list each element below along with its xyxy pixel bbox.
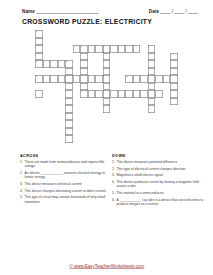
empty-space (118, 68, 126, 76)
empty-space (58, 98, 66, 106)
crossword-cell[interactable]: 2 (35, 60, 43, 68)
empty-space (125, 120, 133, 128)
empty-space (95, 83, 103, 91)
empty-space (118, 105, 126, 113)
clue-number: 4 (73, 45, 74, 47)
empty-space (125, 135, 133, 143)
empty-space (103, 113, 111, 121)
clue-item-text: This device measures potential differenc… (117, 160, 209, 164)
empty-space (88, 105, 96, 113)
empty-space (110, 60, 118, 68)
empty-space (133, 53, 141, 61)
empty-space (80, 105, 88, 113)
empty-space (50, 98, 58, 106)
empty-space (58, 30, 66, 38)
empty-space (58, 38, 66, 46)
clue-number: 5 (36, 75, 37, 77)
crossword-cell[interactable] (148, 90, 156, 98)
clue-item: 5.This type of circuit may contain thous… (20, 195, 112, 204)
worksheet-footer: © www.EasyTeacherWorksheets.com (0, 258, 213, 275)
crossword-cell[interactable] (103, 90, 111, 98)
empty-space (163, 30, 171, 38)
crossword-cell[interactable] (65, 113, 73, 121)
empty-space (88, 135, 96, 143)
empty-space (133, 128, 141, 136)
empty-space (155, 120, 163, 128)
empty-space (103, 30, 111, 38)
empty-space (88, 53, 96, 61)
crossword-cell[interactable] (35, 45, 43, 53)
crossword-cell[interactable] (95, 45, 103, 53)
empty-space (148, 120, 156, 128)
empty-space (73, 53, 81, 61)
empty-space (155, 135, 163, 143)
clue-item-text: An electric ____________ converts electr… (25, 171, 113, 180)
empty-space (133, 60, 141, 68)
empty-space (133, 135, 141, 143)
empty-space (125, 38, 133, 46)
clue-item: 4.This device changes alternating curren… (20, 188, 112, 192)
empty-space (140, 120, 148, 128)
crossword-cell[interactable] (148, 60, 156, 68)
empty-space (178, 120, 186, 128)
empty-space (50, 105, 58, 113)
empty-space (118, 120, 126, 128)
empty-space (95, 128, 103, 136)
crossword-cell[interactable] (95, 90, 103, 98)
crossword-cell[interactable] (170, 90, 178, 98)
empty-space (140, 128, 148, 136)
empty-space (170, 128, 178, 136)
crossword-cell[interactable] (43, 75, 51, 83)
crossword-cell[interactable] (43, 60, 51, 68)
empty-space (170, 38, 178, 46)
empty-space (133, 98, 141, 106)
empty-space (140, 105, 148, 113)
crossword-cell[interactable] (65, 120, 73, 128)
empty-space (178, 53, 186, 61)
empty-space (95, 38, 103, 46)
across-heading: ACROSS (20, 153, 112, 158)
empty-space (88, 30, 96, 38)
empty-space (43, 68, 51, 76)
empty-space (155, 60, 163, 68)
crossword-cell[interactable]: 5 (80, 45, 88, 53)
empty-space (73, 128, 81, 136)
empty-space (58, 128, 66, 136)
clue-item: 2.An electric ____________ converts elec… (20, 171, 112, 180)
crossword-cell[interactable] (65, 68, 73, 76)
empty-space (95, 30, 103, 38)
empty-space (133, 38, 141, 46)
empty-space (58, 120, 66, 128)
empty-space (110, 38, 118, 46)
clue-number: 3 (103, 45, 104, 47)
empty-space (88, 38, 96, 46)
date-field: Date ____ / ____ / ____ (149, 9, 198, 14)
empty-space (73, 68, 81, 76)
crossword-cell[interactable] (73, 75, 81, 83)
empty-space (50, 68, 58, 76)
crossword-cell[interactable] (58, 60, 66, 68)
empty-space (148, 113, 156, 121)
empty-space (140, 68, 148, 76)
empty-space (140, 38, 148, 46)
crossword-cell[interactable] (170, 75, 178, 83)
empty-space (35, 135, 43, 143)
crossword-cell[interactable] (148, 68, 156, 76)
crossword-cell[interactable] (170, 98, 178, 106)
crossword-cell[interactable]: 2 (65, 60, 73, 68)
empty-space (110, 128, 118, 136)
crossword-cell[interactable] (35, 38, 43, 46)
empty-space (163, 135, 171, 143)
empty-space (50, 113, 58, 121)
empty-space (178, 98, 186, 106)
empty-space (95, 135, 103, 143)
crossword-cell[interactable] (125, 90, 133, 98)
crossword-cell[interactable] (148, 105, 156, 113)
empty-space (110, 68, 118, 76)
empty-space (50, 83, 58, 91)
crossword-cell[interactable] (140, 75, 148, 83)
empty-space (73, 120, 81, 128)
empty-space (155, 113, 163, 121)
empty-space (110, 75, 118, 83)
crossword-cell[interactable] (95, 75, 103, 83)
crossword-cell[interactable] (80, 60, 88, 68)
crossword-cell[interactable] (88, 45, 96, 53)
empty-space (118, 60, 126, 68)
crossword-cell[interactable] (103, 60, 111, 68)
page-title: CROSSWORD PUZZLE: ELECTRICITY (22, 18, 152, 25)
empty-space (125, 98, 133, 106)
crossword-cell[interactable] (50, 60, 58, 68)
empty-space (95, 60, 103, 68)
empty-space (133, 83, 141, 91)
crossword-cell[interactable] (65, 135, 73, 143)
crossword-grid: 14534622531 (35, 30, 185, 143)
empty-space (43, 105, 51, 113)
empty-space (178, 90, 186, 98)
crossword-cell[interactable] (103, 53, 111, 61)
crossword-cell[interactable] (125, 45, 133, 53)
empty-space (110, 98, 118, 106)
empty-space (80, 128, 88, 136)
empty-space (58, 45, 66, 53)
crossword-cell[interactable]: 1 (35, 30, 43, 38)
empty-space (140, 113, 148, 121)
empty-space (73, 83, 81, 91)
empty-space (155, 128, 163, 136)
crossword-cell[interactable] (148, 75, 156, 83)
empty-space (110, 30, 118, 38)
empty-space (58, 83, 66, 91)
crossword-cell[interactable]: 6 (170, 53, 178, 61)
empty-space (58, 105, 66, 113)
empty-space (155, 38, 163, 46)
clue-number: 2 (36, 60, 37, 62)
crossword-cell[interactable] (170, 83, 178, 91)
crossword-cell[interactable] (103, 75, 111, 83)
empty-space (170, 120, 178, 128)
empty-space (125, 83, 133, 91)
crossword-cell[interactable] (110, 45, 118, 53)
name-field: Name _________________________ (22, 9, 99, 14)
empty-space (110, 53, 118, 61)
crossword-cell[interactable] (65, 98, 73, 106)
empty-space (155, 30, 163, 38)
empty-space (140, 60, 148, 68)
empty-space (80, 98, 88, 106)
empty-space (65, 45, 73, 53)
empty-space (178, 135, 186, 143)
crossword-cell[interactable] (65, 83, 73, 91)
crossword-cell[interactable]: 3 (125, 75, 133, 83)
crossword-cell[interactable]: 1 (80, 90, 88, 98)
empty-space (50, 38, 58, 46)
empty-space (58, 68, 66, 76)
empty-space (88, 83, 96, 91)
empty-space (163, 98, 171, 106)
crossword-cell[interactable] (103, 83, 111, 91)
crossword-cell[interactable] (65, 105, 73, 113)
clue-item: 1.These are made from semiconductors and… (20, 160, 112, 169)
crossword-cell[interactable] (50, 75, 58, 83)
empty-space (50, 53, 58, 61)
crossword-cell[interactable]: 3 (103, 45, 111, 53)
clue-item-text: This material is a semiconductor (117, 191, 209, 195)
empty-space (73, 98, 81, 106)
crossword-cell[interactable]: 4 (73, 45, 81, 53)
empty-space (103, 120, 111, 128)
empty-space (110, 105, 118, 113)
empty-space (88, 128, 96, 136)
empty-space (103, 135, 111, 143)
empty-space (95, 68, 103, 76)
empty-space (58, 135, 66, 143)
crossword-cell[interactable] (65, 90, 73, 98)
crossword-cell[interactable] (170, 60, 178, 68)
empty-space (73, 105, 81, 113)
empty-space (80, 113, 88, 121)
clue-item: 3.This device measures electrical curren… (20, 182, 112, 186)
empty-space (43, 83, 51, 91)
clue-item: 6.A ____________ ray tube is a device th… (112, 198, 208, 207)
empty-space (163, 53, 171, 61)
empty-space (73, 135, 81, 143)
empty-space (58, 53, 66, 61)
empty-space (133, 68, 141, 76)
empty-space (178, 105, 186, 113)
empty-space (163, 90, 171, 98)
empty-space (103, 128, 111, 136)
empty-space (73, 90, 81, 98)
crossword-cell[interactable] (103, 105, 111, 113)
empty-space (155, 45, 163, 53)
down-clues-section: DOWN 1.This device measures potential di… (112, 153, 208, 265)
clue-item: 1.This device measures potential differe… (112, 160, 208, 164)
across-clues-section: ACROSS 1.These are made from semiconduct… (20, 153, 112, 260)
empty-space (88, 98, 96, 106)
empty-space (178, 128, 186, 136)
crossword-cell[interactable] (148, 53, 156, 61)
clue-number: 4 (148, 45, 149, 47)
clue-number: 5 (81, 45, 82, 47)
empty-space (118, 83, 126, 91)
empty-space (65, 30, 73, 38)
empty-space (140, 30, 148, 38)
empty-space (118, 135, 126, 143)
empty-space (65, 38, 73, 46)
crossword-cell[interactable] (118, 45, 126, 53)
empty-space (155, 83, 163, 91)
empty-space (155, 53, 163, 61)
crossword-cell[interactable] (110, 90, 118, 98)
crossword-cell[interactable] (88, 90, 96, 98)
empty-space (95, 105, 103, 113)
empty-space (50, 30, 58, 38)
empty-space (163, 45, 171, 53)
empty-space (125, 128, 133, 136)
empty-space (170, 105, 178, 113)
crossword-cell[interactable] (103, 98, 111, 106)
empty-space (125, 53, 133, 61)
empty-space (118, 98, 126, 106)
empty-space (50, 120, 58, 128)
crossword-cell[interactable] (80, 53, 88, 61)
empty-space (163, 120, 171, 128)
empty-space (125, 105, 133, 113)
clue-item-text: This type of circuit may contain thousan… (25, 195, 113, 204)
clue-item-text: This type of electrical current changes … (117, 166, 209, 170)
empty-space (95, 113, 103, 121)
copyright-link[interactable]: © www.EasyTeacherWorksheets.com (69, 264, 144, 269)
empty-space (35, 83, 43, 91)
empty-space (118, 113, 126, 121)
crossword-cell[interactable] (133, 90, 141, 98)
empty-space (178, 68, 186, 76)
empty-space (133, 113, 141, 121)
date-label: Date (149, 9, 159, 14)
crossword-cell[interactable] (133, 75, 141, 83)
empty-space (50, 135, 58, 143)
crossword-cell[interactable] (170, 68, 178, 76)
empty-space (43, 135, 51, 143)
clue-number: 1 (81, 90, 82, 92)
empty-space (73, 113, 81, 121)
empty-space (88, 68, 96, 76)
empty-space (73, 30, 81, 38)
empty-space (155, 98, 163, 106)
empty-space (43, 30, 51, 38)
empty-space (140, 83, 148, 91)
empty-space (140, 45, 148, 53)
empty-space (170, 30, 178, 38)
crossword-cell[interactable] (80, 68, 88, 76)
crossword-cell[interactable] (133, 45, 141, 53)
empty-space (163, 105, 171, 113)
empty-space (170, 135, 178, 143)
empty-space (118, 53, 126, 61)
empty-space (50, 90, 58, 98)
empty-space (43, 113, 51, 121)
empty-space (178, 45, 186, 53)
empty-space (50, 45, 58, 53)
crossword-cell[interactable] (155, 90, 163, 98)
crossword-cell[interactable] (103, 68, 111, 76)
crossword-cell[interactable]: 4 (148, 45, 156, 53)
empty-space (35, 113, 43, 121)
clue-item-text: This device produces current by moving a… (117, 180, 209, 189)
empty-space (163, 38, 171, 46)
worksheet-page: Name _________________________ Date ____… (0, 0, 213, 275)
empty-space (95, 53, 103, 61)
crossword-cell[interactable] (58, 75, 66, 83)
crossword-cell[interactable] (148, 98, 156, 106)
empty-space (140, 98, 148, 106)
crossword-cell[interactable]: 5 (35, 75, 43, 83)
empty-space (43, 98, 51, 106)
crossword-cell[interactable] (80, 75, 88, 83)
empty-space (88, 60, 96, 68)
clue-item: 4.This device produces current by moving… (112, 180, 208, 189)
empty-space (58, 90, 66, 98)
empty-space (148, 135, 156, 143)
clue-item-text: This device changes alternating current … (25, 188, 113, 192)
empty-space (125, 113, 133, 121)
crossword-cell[interactable] (35, 90, 43, 98)
empty-space (178, 30, 186, 38)
empty-space (50, 128, 58, 136)
empty-space (35, 105, 43, 113)
clue-number: 1 (36, 30, 37, 32)
empty-space (118, 128, 126, 136)
empty-space (110, 120, 118, 128)
empty-space (178, 75, 186, 83)
empty-space (178, 83, 186, 91)
empty-space (140, 135, 148, 143)
empty-space (43, 120, 51, 128)
empty-space (163, 128, 171, 136)
empty-space (43, 53, 51, 61)
crossword-cell[interactable] (65, 128, 73, 136)
empty-space (148, 30, 156, 38)
empty-space (178, 60, 186, 68)
empty-space (155, 105, 163, 113)
crossword-cell[interactable] (163, 75, 171, 83)
empty-space (163, 83, 171, 91)
clue-item: 3.Magnifies a small electric signal (112, 173, 208, 177)
empty-space (170, 113, 178, 121)
crossword-cell[interactable] (155, 75, 163, 83)
crossword-cell[interactable] (118, 90, 126, 98)
clue-number: 3 (126, 75, 127, 77)
crossword-cell[interactable] (148, 83, 156, 91)
crossword-cell[interactable] (140, 90, 148, 98)
crossword-cell[interactable] (88, 75, 96, 83)
name-blank-line: _________________________ (36, 9, 99, 14)
clue-number: 2 (66, 60, 67, 62)
crossword-cell[interactable] (65, 75, 73, 83)
empty-space (178, 113, 186, 121)
clue-item: 5.This material is a semiconductor (112, 191, 208, 195)
empty-space (43, 90, 51, 98)
empty-space (133, 120, 141, 128)
down-clue-list: 1.This device measures potential differe… (112, 160, 208, 207)
empty-space (43, 128, 51, 136)
empty-space (133, 30, 141, 38)
